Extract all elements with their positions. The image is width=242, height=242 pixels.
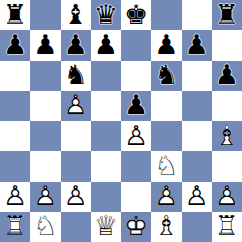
white-pawn[interactable]: ♟♙: [121, 121, 151, 151]
square-a1[interactable]: ♜♖: [0, 212, 30, 242]
white-queen[interactable]: ♛♕: [91, 212, 121, 242]
square-f7[interactable]: ♟: [151, 30, 181, 60]
black-pawn-glyph: ♟: [91, 30, 121, 59]
square-f1[interactable]: ♝♗: [151, 212, 181, 242]
white-rook[interactable]: ♜♖: [212, 212, 242, 242]
square-g7[interactable]: ♟: [182, 30, 212, 60]
square-b5[interactable]: [30, 91, 60, 121]
square-e2[interactable]: [121, 182, 151, 212]
black-rook-glyph: ♜: [212, 0, 242, 29]
white-knight[interactable]: ♞♘: [30, 212, 60, 242]
black-pawn[interactable]: ♟: [212, 61, 242, 91]
white-pawn[interactable]: ♟♙: [151, 182, 181, 212]
black-rook-glyph: ♜: [0, 0, 30, 29]
white-rook-outline: ♖: [0, 212, 30, 241]
square-h5[interactable]: [212, 91, 242, 121]
white-pawn[interactable]: ♟♙: [182, 182, 212, 212]
white-knight[interactable]: ♞♘: [151, 151, 181, 181]
black-rook[interactable]: ♜: [0, 0, 30, 30]
square-f2[interactable]: ♟♙: [151, 182, 181, 212]
black-pawn[interactable]: ♟: [91, 30, 121, 60]
square-d2[interactable]: [91, 182, 121, 212]
black-pawn[interactable]: ♟: [151, 30, 181, 60]
white-king[interactable]: ♚♔: [121, 212, 151, 242]
black-knight-glyph: ♞: [61, 61, 91, 90]
square-g1[interactable]: [182, 212, 212, 242]
white-bishop-outline: ♗: [151, 212, 181, 241]
square-h1[interactable]: ♜♖: [212, 212, 242, 242]
square-e3[interactable]: [121, 151, 151, 181]
black-bishop-glyph: ♝: [61, 0, 91, 29]
black-knight-glyph: ♞: [151, 61, 181, 90]
white-pawn-outline: ♙: [212, 182, 242, 211]
square-a2[interactable]: ♟♙: [0, 182, 30, 212]
square-e1[interactable]: ♚♔: [121, 212, 151, 242]
white-rook[interactable]: ♜♖: [0, 212, 30, 242]
square-f8[interactable]: [151, 0, 181, 30]
square-g3[interactable]: [182, 151, 212, 181]
black-pawn[interactable]: ♟: [0, 30, 30, 60]
square-a7[interactable]: ♟: [0, 30, 30, 60]
black-pawn-glyph: ♟: [0, 30, 30, 59]
square-d5[interactable]: [91, 91, 121, 121]
white-knight-outline: ♘: [30, 212, 60, 241]
black-pawn-glyph: ♟: [151, 30, 181, 59]
square-d1[interactable]: ♛♕: [91, 212, 121, 242]
white-queen-outline: ♕: [91, 212, 121, 241]
white-king-outline: ♔: [121, 212, 151, 241]
square-h7[interactable]: [212, 30, 242, 60]
square-a8[interactable]: ♜: [0, 0, 30, 30]
square-e7[interactable]: [121, 30, 151, 60]
square-b7[interactable]: ♟: [30, 30, 60, 60]
square-h6[interactable]: ♟: [212, 61, 242, 91]
white-pawn-outline: ♙: [182, 182, 212, 211]
square-g8[interactable]: [182, 0, 212, 30]
black-pawn[interactable]: ♟: [182, 30, 212, 60]
square-b8[interactable]: [30, 0, 60, 30]
square-f6[interactable]: ♞: [151, 61, 181, 91]
square-d3[interactable]: [91, 151, 121, 181]
black-king-glyph: ♚: [121, 0, 151, 29]
black-pawn-glyph: ♟: [61, 30, 91, 59]
white-pawn-outline: ♙: [30, 182, 60, 211]
black-rook[interactable]: ♜: [212, 0, 242, 30]
square-h4[interactable]: ♝♗: [212, 121, 242, 151]
black-queen-glyph: ♛: [91, 0, 121, 29]
white-bishop-outline: ♗: [212, 121, 242, 150]
square-b3[interactable]: [30, 151, 60, 181]
square-c4[interactable]: [61, 121, 91, 151]
square-d7[interactable]: ♟: [91, 30, 121, 60]
white-bishop[interactable]: ♝♗: [151, 212, 181, 242]
square-f4[interactable]: [151, 121, 181, 151]
square-g2[interactable]: ♟♙: [182, 182, 212, 212]
square-d4[interactable]: [91, 121, 121, 151]
square-c8[interactable]: ♝: [61, 0, 91, 30]
square-c5[interactable]: ♟♙: [61, 91, 91, 121]
white-rook-outline: ♖: [212, 212, 242, 241]
white-pawn[interactable]: ♟♙: [0, 182, 30, 212]
black-pawn-glyph: ♟: [182, 30, 212, 59]
square-a6[interactable]: [0, 61, 30, 91]
square-f5[interactable]: [151, 91, 181, 121]
white-pawn[interactable]: ♟♙: [30, 182, 60, 212]
square-c7[interactable]: ♟: [61, 30, 91, 60]
square-a3[interactable]: [0, 151, 30, 181]
square-a5[interactable]: [0, 91, 30, 121]
square-b4[interactable]: [30, 121, 60, 151]
black-king[interactable]: ♚: [121, 0, 151, 30]
white-pawn[interactable]: ♟♙: [212, 182, 242, 212]
chess-board: ♜♝♛♚♜♟♟♟♟♟♟♞♞♟♟♙♟♟♙♝♗♞♘♟♙♟♙♟♙♟♙♟♙♟♙♜♖♞♘♛…: [0, 0, 242, 242]
square-c1[interactable]: [61, 212, 91, 242]
square-b6[interactable]: [30, 61, 60, 91]
square-d8[interactable]: ♛: [91, 0, 121, 30]
square-e8[interactable]: ♚: [121, 0, 151, 30]
square-c3[interactable]: [61, 151, 91, 181]
black-pawn[interactable]: ♟: [61, 30, 91, 60]
black-pawn[interactable]: ♟: [121, 91, 151, 121]
square-e4[interactable]: ♟♙: [121, 121, 151, 151]
black-queen[interactable]: ♛: [91, 0, 121, 30]
square-g4[interactable]: [182, 121, 212, 151]
black-bishop[interactable]: ♝: [61, 0, 91, 30]
square-g5[interactable]: [182, 91, 212, 121]
black-pawn-glyph: ♟: [30, 30, 60, 59]
white-pawn[interactable]: ♟♙: [61, 182, 91, 212]
white-pawn[interactable]: ♟♙: [61, 91, 91, 121]
square-h2[interactable]: ♟♙: [212, 182, 242, 212]
square-h3[interactable]: [212, 151, 242, 181]
square-g6[interactable]: [182, 61, 212, 91]
black-knight[interactable]: ♞: [151, 61, 181, 91]
black-pawn[interactable]: ♟: [30, 30, 60, 60]
white-pawn-outline: ♙: [151, 182, 181, 211]
square-f3[interactable]: ♞♘: [151, 151, 181, 181]
white-pawn-outline: ♙: [61, 182, 91, 211]
square-a4[interactable]: [0, 121, 30, 151]
square-d6[interactable]: [91, 61, 121, 91]
square-c6[interactable]: ♞: [61, 61, 91, 91]
white-bishop[interactable]: ♝♗: [212, 121, 242, 151]
black-pawn-glyph: ♟: [121, 91, 151, 120]
square-b2[interactable]: ♟♙: [30, 182, 60, 212]
square-e5[interactable]: ♟: [121, 91, 151, 121]
white-pawn-outline: ♙: [0, 182, 30, 211]
white-pawn-outline: ♙: [61, 91, 91, 120]
black-pawn-glyph: ♟: [212, 61, 242, 90]
square-c2[interactable]: ♟♙: [61, 182, 91, 212]
white-pawn-outline: ♙: [121, 121, 151, 150]
square-b1[interactable]: ♞♘: [30, 212, 60, 242]
white-knight-outline: ♘: [151, 151, 181, 180]
square-h8[interactable]: ♜: [212, 0, 242, 30]
black-knight[interactable]: ♞: [61, 61, 91, 91]
square-e6[interactable]: [121, 61, 151, 91]
